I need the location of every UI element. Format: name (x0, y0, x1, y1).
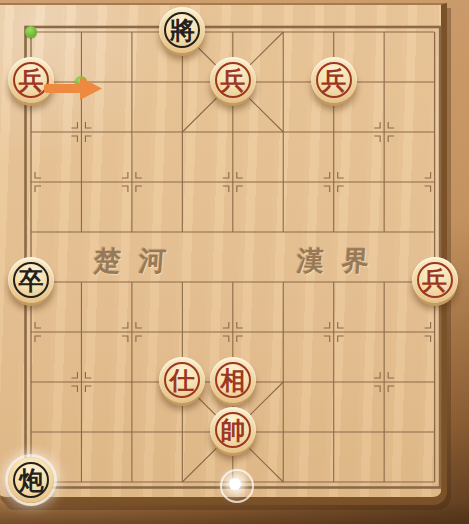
move-marker-green-dot (25, 26, 37, 38)
river-label-left: 楚河 (93, 243, 185, 277)
piece-red-elephant[interactable]: 相 (210, 357, 256, 403)
piece-red-soldier-d[interactable]: 兵 (412, 257, 458, 303)
piece-red-soldier-b[interactable]: 兵 (210, 57, 256, 103)
piece-red-soldier-c[interactable]: 兵 (311, 57, 357, 103)
piece-character: 帥 (210, 407, 256, 453)
piece-character: 兵 (412, 257, 458, 303)
piece-red-general[interactable]: 帥 (210, 407, 256, 453)
piece-character: 兵 (210, 57, 256, 103)
piece-character: 仕 (159, 357, 205, 403)
xiangqi-board-screen: 楚河 漢界 將兵兵兵卒兵仕相帥炮 (0, 0, 469, 524)
glow-core (229, 478, 241, 490)
piece-character: 將 (159, 7, 205, 53)
move-hint-arrow (44, 77, 104, 103)
piece-character: 兵 (311, 57, 357, 103)
piece-black-general[interactable]: 將 (159, 7, 205, 53)
river-label-right: 漢界 (296, 243, 388, 277)
piece-character: 炮 (8, 457, 54, 503)
piece-character: 卒 (8, 257, 54, 303)
last-move-origin-glow (220, 469, 254, 503)
piece-black-cannon[interactable]: 炮 (8, 457, 54, 503)
piece-black-soldier[interactable]: 卒 (8, 257, 54, 303)
piece-character: 相 (210, 357, 256, 403)
piece-red-advisor[interactable]: 仕 (159, 357, 205, 403)
